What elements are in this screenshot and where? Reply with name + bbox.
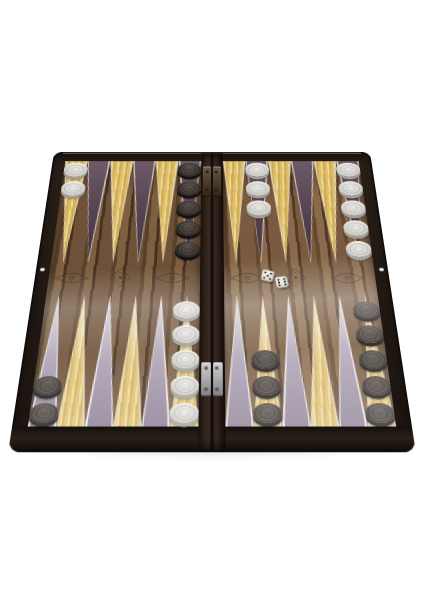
- white-checker[interactable]: [172, 350, 200, 369]
- black-checker[interactable]: [28, 402, 60, 423]
- checker-stack-point-13: [60, 163, 88, 196]
- black-checker[interactable]: [176, 200, 201, 215]
- white-checker[interactable]: [336, 163, 361, 177]
- top-hinge-icon: [203, 166, 222, 196]
- eye-medallion-icon: [53, 270, 89, 287]
- black-checker[interactable]: [32, 375, 63, 395]
- checker-stack-point-18: [175, 163, 201, 257]
- quadrant-bottom-right: [224, 295, 396, 427]
- eye-medallion-icon: [230, 270, 264, 287]
- diamond-medallion-icon: [284, 267, 308, 290]
- checker-stack-point-20: [245, 163, 271, 215]
- left-rail-pin: [40, 268, 45, 272]
- black-checker[interactable]: [176, 220, 201, 235]
- black-checker[interactable]: [355, 325, 385, 343]
- white-checker[interactable]: [340, 200, 366, 215]
- point-7[interactable]: [170, 295, 200, 427]
- checker-stack-point-5: [251, 350, 282, 424]
- black-checker[interactable]: [352, 301, 381, 319]
- black-checker[interactable]: [253, 402, 283, 423]
- die-showing-6[interactable]: [275, 276, 289, 288]
- black-checker[interactable]: [178, 163, 202, 177]
- product-photo: [0, 0, 424, 600]
- diamond-medallion-icon: [108, 267, 132, 290]
- point-18[interactable]: [175, 161, 201, 263]
- white-checker[interactable]: [246, 181, 270, 195]
- eye-medallion-icon: [155, 270, 189, 287]
- white-checker[interactable]: [63, 163, 88, 177]
- white-checker[interactable]: [245, 163, 269, 177]
- bottom-hinge-icon: [201, 362, 223, 396]
- ornament-row-right: [224, 263, 378, 295]
- white-checker[interactable]: [345, 241, 372, 257]
- quadrant-bottom-left: [28, 295, 200, 427]
- eye-medallion-icon: [330, 270, 366, 287]
- white-checker[interactable]: [338, 181, 364, 195]
- center-bar: [198, 153, 225, 449]
- black-checker[interactable]: [175, 241, 201, 257]
- quadrant-top-right: [223, 161, 373, 263]
- checker-stack-point-12: [28, 375, 63, 423]
- black-checker[interactable]: [361, 375, 392, 395]
- white-checker[interactable]: [343, 220, 370, 235]
- black-checker[interactable]: [252, 375, 281, 395]
- white-checker[interactable]: [60, 181, 86, 195]
- black-checker[interactable]: [358, 350, 388, 369]
- quadrant-top-left: [51, 161, 201, 263]
- white-checker[interactable]: [173, 301, 200, 319]
- white-checker[interactable]: [170, 402, 199, 423]
- board-half-right: [223, 161, 396, 426]
- right-rail-pin: [379, 268, 384, 272]
- ornament-row-left: [46, 263, 200, 295]
- die-showing-5[interactable]: [261, 269, 275, 282]
- white-checker[interactable]: [246, 200, 271, 215]
- white-checker[interactable]: [172, 325, 200, 343]
- point-17[interactable]: [150, 161, 178, 263]
- black-checker[interactable]: [251, 350, 280, 369]
- checker-stack-point-7: [170, 301, 200, 423]
- backgammon-board: [8, 152, 416, 452]
- white-checker[interactable]: [171, 375, 200, 395]
- black-checker[interactable]: [177, 181, 201, 195]
- black-checker[interactable]: [364, 402, 396, 423]
- board-half-left: [28, 161, 201, 426]
